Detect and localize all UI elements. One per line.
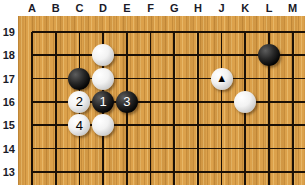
column-label-B: B [48, 0, 64, 16]
column-label-A: A [24, 0, 40, 16]
column-label-E: E [119, 0, 135, 16]
row-label-18: 18 [0, 47, 15, 63]
grid-line-row-13 [32, 171, 305, 173]
row-label-17: 17 [0, 71, 15, 87]
stone-black-E16[interactable]: 3 [116, 91, 138, 113]
row-label-16: 16 [0, 94, 15, 110]
column-label-H: H [190, 0, 206, 16]
column-label-M: M [285, 0, 301, 16]
stone-white-C15[interactable]: 4 [68, 114, 90, 136]
column-label-K: K [237, 0, 253, 16]
column-label-C: C [71, 0, 87, 16]
row-label-14: 14 [0, 141, 15, 157]
go-board[interactable]: ▲2134 [18, 16, 305, 185]
triangle-mark-icon: ▲ [216, 73, 227, 84]
column-label-J: J [214, 0, 230, 16]
stone-white-D15[interactable] [92, 114, 114, 136]
stone-white-D18[interactable] [92, 44, 114, 66]
column-label-G: G [166, 0, 182, 16]
row-label-19: 19 [0, 24, 15, 40]
stone-white-K16[interactable] [234, 91, 256, 113]
stone-black-C17[interactable] [68, 68, 90, 90]
move-number-3: 3 [123, 95, 130, 108]
column-label-L: L [261, 0, 277, 16]
column-label-D: D [95, 0, 111, 16]
stone-white-D17[interactable] [92, 68, 114, 90]
stone-black-D16[interactable]: 1 [92, 91, 114, 113]
go-diagram-page: ABCDEFGHJKLM 19181716151413 ▲2134 [0, 0, 305, 185]
row-label-15: 15 [0, 117, 15, 133]
grid-line-row-19 [32, 31, 305, 33]
column-label-F: F [143, 0, 159, 16]
move-number-4: 4 [76, 119, 83, 132]
grid-line-row-14 [32, 148, 305, 150]
move-number-1: 1 [99, 95, 106, 108]
stone-white-J17[interactable]: ▲ [211, 68, 233, 90]
row-label-13: 13 [0, 164, 15, 180]
stone-white-C16[interactable]: 2 [68, 91, 90, 113]
move-number-2: 2 [76, 95, 83, 108]
stone-black-L18[interactable] [258, 44, 280, 66]
